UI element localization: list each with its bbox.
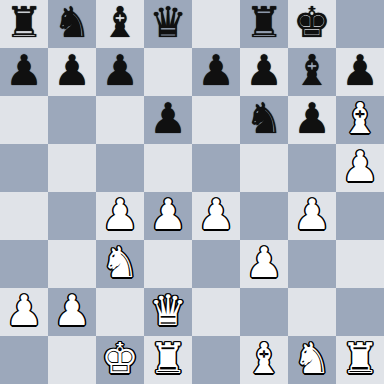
square-a3[interactable] [0, 240, 48, 288]
square-e6[interactable] [192, 96, 240, 144]
square-g7[interactable]: ♝ [288, 48, 336, 96]
square-g6[interactable]: ♟ [288, 96, 336, 144]
square-e3[interactable] [192, 240, 240, 288]
piece-black-knight[interactable]: ♞ [245, 98, 283, 140]
square-g2[interactable] [288, 288, 336, 336]
piece-black-pawn[interactable]: ♟ [245, 50, 283, 92]
square-f3[interactable]: ♟ [240, 240, 288, 288]
piece-white-rook[interactable]: ♜ [341, 338, 379, 380]
square-e8[interactable] [192, 0, 240, 48]
square-f6[interactable]: ♞ [240, 96, 288, 144]
square-c7[interactable]: ♟ [96, 48, 144, 96]
square-b5[interactable] [48, 144, 96, 192]
square-c3[interactable]: ♞ [96, 240, 144, 288]
square-d7[interactable] [144, 48, 192, 96]
square-h3[interactable] [336, 240, 384, 288]
square-a4[interactable] [0, 192, 48, 240]
piece-white-bishop[interactable]: ♝ [341, 98, 379, 140]
piece-black-pawn[interactable]: ♟ [293, 98, 331, 140]
piece-white-rook[interactable]: ♜ [149, 338, 187, 380]
square-g3[interactable] [288, 240, 336, 288]
piece-white-pawn[interactable]: ♟ [341, 146, 379, 188]
piece-black-pawn[interactable]: ♟ [197, 50, 235, 92]
square-b8[interactable]: ♞ [48, 0, 96, 48]
square-a6[interactable] [0, 96, 48, 144]
square-a1[interactable] [0, 336, 48, 384]
square-c5[interactable] [96, 144, 144, 192]
piece-black-pawn[interactable]: ♟ [101, 50, 139, 92]
piece-black-pawn[interactable]: ♟ [53, 50, 91, 92]
square-d3[interactable] [144, 240, 192, 288]
square-e4[interactable]: ♟ [192, 192, 240, 240]
piece-white-pawn[interactable]: ♟ [149, 194, 187, 236]
square-d5[interactable] [144, 144, 192, 192]
square-f1[interactable]: ♝ [240, 336, 288, 384]
piece-white-pawn[interactable]: ♟ [245, 242, 283, 284]
square-f7[interactable]: ♟ [240, 48, 288, 96]
square-a5[interactable] [0, 144, 48, 192]
square-c4[interactable]: ♟ [96, 192, 144, 240]
square-c8[interactable]: ♝ [96, 0, 144, 48]
square-e1[interactable] [192, 336, 240, 384]
square-c6[interactable] [96, 96, 144, 144]
piece-black-pawn[interactable]: ♟ [149, 98, 187, 140]
piece-black-bishop[interactable]: ♝ [101, 2, 139, 44]
square-g4[interactable]: ♟ [288, 192, 336, 240]
square-c2[interactable] [96, 288, 144, 336]
square-d4[interactable]: ♟ [144, 192, 192, 240]
square-f4[interactable] [240, 192, 288, 240]
square-c1[interactable]: ♚ [96, 336, 144, 384]
square-d6[interactable]: ♟ [144, 96, 192, 144]
piece-white-pawn[interactable]: ♟ [5, 290, 43, 332]
piece-black-king[interactable]: ♚ [293, 2, 331, 44]
square-b7[interactable]: ♟ [48, 48, 96, 96]
piece-white-bishop[interactable]: ♝ [245, 338, 283, 380]
square-f8[interactable]: ♜ [240, 0, 288, 48]
square-b3[interactable] [48, 240, 96, 288]
piece-black-pawn[interactable]: ♟ [5, 50, 43, 92]
piece-white-pawn[interactable]: ♟ [53, 290, 91, 332]
square-h1[interactable]: ♜ [336, 336, 384, 384]
piece-white-queen[interactable]: ♛ [149, 290, 187, 332]
piece-black-bishop[interactable]: ♝ [293, 50, 331, 92]
square-a8[interactable]: ♜ [0, 0, 48, 48]
square-b6[interactable] [48, 96, 96, 144]
square-d2[interactable]: ♛ [144, 288, 192, 336]
square-g8[interactable]: ♚ [288, 0, 336, 48]
square-h8[interactable] [336, 0, 384, 48]
square-d8[interactable]: ♛ [144, 0, 192, 48]
square-g1[interactable]: ♞ [288, 336, 336, 384]
piece-black-rook[interactable]: ♜ [5, 2, 43, 44]
piece-black-queen[interactable]: ♛ [149, 2, 187, 44]
square-e5[interactable] [192, 144, 240, 192]
square-b1[interactable] [48, 336, 96, 384]
piece-white-pawn[interactable]: ♟ [197, 194, 235, 236]
piece-black-pawn[interactable]: ♟ [341, 50, 379, 92]
piece-black-knight[interactable]: ♞ [53, 2, 91, 44]
piece-white-pawn[interactable]: ♟ [293, 194, 331, 236]
piece-black-rook[interactable]: ♜ [245, 2, 283, 44]
square-h2[interactable] [336, 288, 384, 336]
square-h5[interactable]: ♟ [336, 144, 384, 192]
piece-white-king[interactable]: ♚ [101, 338, 139, 380]
chess-board: ♜♞♝♛♜♚♟♟♟♟♟♝♟♟♞♟♝♟♟♟♟♟♞♟♟♟♛♚♜♝♞♜ [0, 0, 384, 384]
square-a2[interactable]: ♟ [0, 288, 48, 336]
square-f5[interactable] [240, 144, 288, 192]
piece-white-knight[interactable]: ♞ [101, 242, 139, 284]
square-f2[interactable] [240, 288, 288, 336]
piece-white-knight[interactable]: ♞ [293, 338, 331, 380]
square-e7[interactable]: ♟ [192, 48, 240, 96]
square-b2[interactable]: ♟ [48, 288, 96, 336]
square-h6[interactable]: ♝ [336, 96, 384, 144]
square-g5[interactable] [288, 144, 336, 192]
square-e2[interactable] [192, 288, 240, 336]
square-d1[interactable]: ♜ [144, 336, 192, 384]
square-h4[interactable] [336, 192, 384, 240]
square-b4[interactable] [48, 192, 96, 240]
piece-white-pawn[interactable]: ♟ [101, 194, 139, 236]
square-a7[interactable]: ♟ [0, 48, 48, 96]
square-h7[interactable]: ♟ [336, 48, 384, 96]
